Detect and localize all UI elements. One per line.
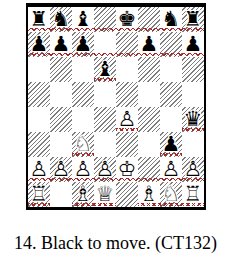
piece-white-pawn: ♟♙ bbox=[182, 157, 204, 182]
square-c3: ♞♘ bbox=[72, 132, 94, 157]
square-d7 bbox=[94, 32, 116, 57]
diagram-caption: 14. Black to move. (CT132) bbox=[0, 233, 231, 254]
square-e4: ♟♙ bbox=[116, 107, 138, 132]
square-h1: ♜♖ bbox=[182, 182, 204, 207]
piece-glyph: ♟ bbox=[162, 134, 181, 155]
square-b1 bbox=[50, 182, 72, 207]
piece-white-rook: ♜♖ bbox=[28, 182, 50, 207]
piece-glyph: ♕ bbox=[96, 184, 115, 205]
square-b7: ♟♟ bbox=[50, 32, 72, 57]
square-b5 bbox=[50, 82, 72, 107]
piece-glyph: ♙ bbox=[74, 159, 93, 180]
piece-black-queen: ♛♛ bbox=[182, 107, 204, 132]
piece-black-pawn: ♟♟ bbox=[182, 32, 204, 57]
square-d4 bbox=[94, 107, 116, 132]
piece-glyph: ♖ bbox=[30, 184, 49, 205]
square-f5 bbox=[138, 82, 160, 107]
square-g7 bbox=[160, 32, 182, 57]
piece-black-king: ♚♚ bbox=[116, 7, 138, 32]
square-b4 bbox=[50, 107, 72, 132]
piece-glyph: ♗ bbox=[74, 184, 93, 205]
piece-black-bishop: ♝♝ bbox=[94, 57, 116, 82]
square-e1 bbox=[116, 182, 138, 207]
square-g4 bbox=[160, 107, 182, 132]
piece-glyph: ♙ bbox=[96, 159, 115, 180]
piece-white-knight: ♞♘ bbox=[160, 182, 182, 207]
piece-glyph: ♛ bbox=[184, 109, 203, 130]
piece-white-pawn: ♟♙ bbox=[50, 157, 72, 182]
piece-glyph: ♚ bbox=[118, 9, 137, 30]
square-e8: ♚♚ bbox=[116, 7, 138, 32]
square-f7: ♟♟ bbox=[138, 32, 160, 57]
square-c6 bbox=[72, 57, 94, 82]
square-d8 bbox=[94, 7, 116, 32]
square-g5 bbox=[160, 82, 182, 107]
square-f6 bbox=[138, 57, 160, 82]
piece-glyph: ♜ bbox=[30, 9, 49, 30]
piece-black-rook: ♜♜ bbox=[182, 7, 204, 32]
square-f4 bbox=[138, 107, 160, 132]
square-c7: ♟♟ bbox=[72, 32, 94, 57]
piece-glyph: ♝ bbox=[96, 59, 115, 80]
square-c1: ♝♗ bbox=[72, 182, 94, 207]
piece-white-knight: ♞♘ bbox=[72, 132, 94, 157]
piece-glyph: ♟ bbox=[140, 34, 159, 55]
square-f3 bbox=[138, 132, 160, 157]
square-h8: ♜♜ bbox=[182, 7, 204, 32]
piece-glyph: ♙ bbox=[162, 159, 181, 180]
piece-black-pawn: ♟♟ bbox=[72, 32, 94, 57]
square-b8: ♞♞ bbox=[50, 7, 72, 32]
piece-glyph: ♟ bbox=[74, 34, 93, 55]
piece-black-rook: ♜♜ bbox=[28, 7, 50, 32]
square-e7 bbox=[116, 32, 138, 57]
square-h7: ♟♟ bbox=[182, 32, 204, 57]
square-h6 bbox=[182, 57, 204, 82]
piece-white-queen: ♛♕ bbox=[94, 182, 116, 207]
piece-glyph: ♙ bbox=[52, 159, 71, 180]
square-c4 bbox=[72, 107, 94, 132]
piece-glyph: ♟ bbox=[30, 34, 49, 55]
piece-black-pawn: ♟♟ bbox=[160, 132, 182, 157]
piece-white-bishop: ♝♗ bbox=[138, 182, 160, 207]
piece-glyph: ♟ bbox=[184, 34, 203, 55]
square-g1: ♞♘ bbox=[160, 182, 182, 207]
board-grid: ♜♜♞♞♝♝♚♚♞♞♜♜♟♟♟♟♟♟♟♟♟♟♝♝♟♙♛♛♞♘♟♟♟♙♟♙♟♙♟♙… bbox=[28, 7, 204, 207]
piece-white-pawn: ♟♙ bbox=[160, 157, 182, 182]
piece-glyph: ♜ bbox=[184, 9, 203, 30]
square-g8: ♞♞ bbox=[160, 7, 182, 32]
piece-glyph: ♘ bbox=[162, 184, 181, 205]
square-h4: ♛♛ bbox=[182, 107, 204, 132]
piece-glyph: ♝ bbox=[74, 9, 93, 30]
square-g6 bbox=[160, 57, 182, 82]
square-h2: ♟♙ bbox=[182, 157, 204, 182]
chess-board: ♜♜♞♞♝♝♚♚♞♞♜♜♟♟♟♟♟♟♟♟♟♟♝♝♟♙♛♛♞♘♟♟♟♙♟♙♟♙♟♙… bbox=[26, 3, 206, 210]
square-c5 bbox=[72, 82, 94, 107]
piece-glyph: ♟ bbox=[52, 34, 71, 55]
piece-black-knight: ♞♞ bbox=[160, 7, 182, 32]
piece-black-pawn: ♟♟ bbox=[28, 32, 50, 57]
square-g2: ♟♙ bbox=[160, 157, 182, 182]
square-h3 bbox=[182, 132, 204, 157]
square-a3 bbox=[28, 132, 50, 157]
piece-glyph: ♙ bbox=[184, 159, 203, 180]
square-d1: ♛♕ bbox=[94, 182, 116, 207]
square-d5 bbox=[94, 82, 116, 107]
piece-white-pawn: ♟♙ bbox=[94, 157, 116, 182]
square-a2: ♟♙ bbox=[28, 157, 50, 182]
square-e5 bbox=[116, 82, 138, 107]
square-b2: ♟♙ bbox=[50, 157, 72, 182]
square-f1: ♝♗ bbox=[138, 182, 160, 207]
piece-white-rook: ♜♖ bbox=[182, 182, 204, 207]
piece-white-bishop: ♝♗ bbox=[72, 182, 94, 207]
square-c2: ♟♙ bbox=[72, 157, 94, 182]
square-a1: ♜♖ bbox=[28, 182, 50, 207]
piece-glyph: ♞ bbox=[52, 9, 71, 30]
square-f2 bbox=[138, 157, 160, 182]
square-d2: ♟♙ bbox=[94, 157, 116, 182]
square-a7: ♟♟ bbox=[28, 32, 50, 57]
square-e2: ♚♔ bbox=[116, 157, 138, 182]
square-g3: ♟♟ bbox=[160, 132, 182, 157]
square-f8 bbox=[138, 7, 160, 32]
piece-glyph: ♙ bbox=[118, 109, 137, 130]
square-d6: ♝♝ bbox=[94, 57, 116, 82]
square-d3 bbox=[94, 132, 116, 157]
piece-white-pawn: ♟♙ bbox=[28, 157, 50, 182]
square-e3 bbox=[116, 132, 138, 157]
piece-glyph: ♘ bbox=[74, 134, 93, 155]
piece-glyph: ♗ bbox=[140, 184, 159, 205]
square-h5 bbox=[182, 82, 204, 107]
square-b3 bbox=[50, 132, 72, 157]
square-b6 bbox=[50, 57, 72, 82]
square-a8: ♜♜ bbox=[28, 7, 50, 32]
piece-black-pawn: ♟♟ bbox=[50, 32, 72, 57]
piece-black-bishop: ♝♝ bbox=[72, 7, 94, 32]
piece-white-pawn: ♟♙ bbox=[72, 157, 94, 182]
piece-white-king: ♚♔ bbox=[116, 157, 138, 182]
piece-glyph: ♔ bbox=[118, 159, 137, 180]
square-a6 bbox=[28, 57, 50, 82]
square-a5 bbox=[28, 82, 50, 107]
square-a4 bbox=[28, 107, 50, 132]
square-e6 bbox=[116, 57, 138, 82]
piece-black-knight: ♞♞ bbox=[50, 7, 72, 32]
piece-glyph: ♙ bbox=[30, 159, 49, 180]
piece-black-pawn: ♟♟ bbox=[138, 32, 160, 57]
piece-glyph: ♞ bbox=[162, 9, 181, 30]
piece-white-pawn: ♟♙ bbox=[116, 107, 138, 132]
square-c8: ♝♝ bbox=[72, 7, 94, 32]
piece-glyph: ♖ bbox=[184, 184, 203, 205]
